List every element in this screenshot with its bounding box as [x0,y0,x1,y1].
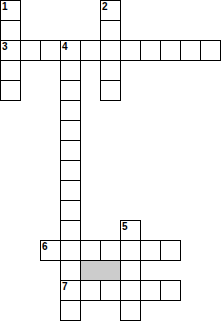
clue-number: 6 [42,241,48,252]
grid-cell[interactable] [100,20,121,41]
grid-cell[interactable] [120,240,141,261]
grid-cell[interactable] [60,240,81,261]
grid-cell[interactable] [0,60,21,81]
grid-cell[interactable] [60,260,81,281]
grid-cell[interactable] [100,40,121,61]
grid-cell[interactable]: 2 [100,0,121,21]
grid-cell[interactable] [60,80,81,101]
grid-cell[interactable] [160,40,181,61]
grid-cell[interactable] [60,140,81,161]
grid-cell[interactable]: 4 [60,40,81,61]
grid-cell[interactable]: 1 [0,0,21,21]
grid-cell[interactable] [120,260,141,281]
grid-cell[interactable] [60,200,81,221]
grid-cell[interactable] [60,220,81,241]
clue-number: 3 [2,41,8,52]
grid-cell[interactable] [60,300,81,321]
grid-cell[interactable] [0,20,21,41]
grid-cell[interactable] [80,240,101,261]
grid-cell[interactable] [0,80,21,101]
grid-cell[interactable] [100,60,121,81]
grid-cell[interactable] [100,80,121,101]
grid-cell[interactable] [80,40,101,61]
grid-cell[interactable] [60,100,81,121]
grid-cell[interactable] [120,40,141,61]
grid-cell[interactable] [120,280,141,301]
grid-cell[interactable] [60,120,81,141]
grid-cell[interactable] [20,40,41,61]
crossword-grid: 1234567 [0,0,221,321]
grid-cell[interactable] [160,240,181,261]
grid-cell[interactable] [100,280,121,301]
grid-cell[interactable] [140,240,161,261]
grid-cell[interactable] [180,40,201,61]
clue-number: 1 [2,1,8,12]
grid-cell[interactable] [100,240,121,261]
grid-cell[interactable] [120,300,141,321]
grid-cell[interactable] [140,280,161,301]
grid-cell[interactable] [140,40,161,61]
grid-cell[interactable]: 5 [120,220,141,241]
clue-number: 2 [102,1,108,12]
shaded-cell [80,260,121,281]
grid-cell[interactable] [40,40,61,61]
grid-cell[interactable] [60,160,81,181]
grid-cell[interactable]: 3 [0,40,21,61]
grid-cell[interactable]: 7 [60,280,81,301]
grid-cell[interactable] [200,40,221,61]
clue-number: 7 [62,281,68,292]
grid-cell[interactable] [60,60,81,81]
grid-cell[interactable] [60,180,81,201]
grid-cell[interactable] [80,280,101,301]
clue-number: 4 [62,41,68,52]
grid-cell[interactable]: 6 [40,240,61,261]
grid-cell[interactable] [160,280,181,301]
clue-number: 5 [122,221,128,232]
